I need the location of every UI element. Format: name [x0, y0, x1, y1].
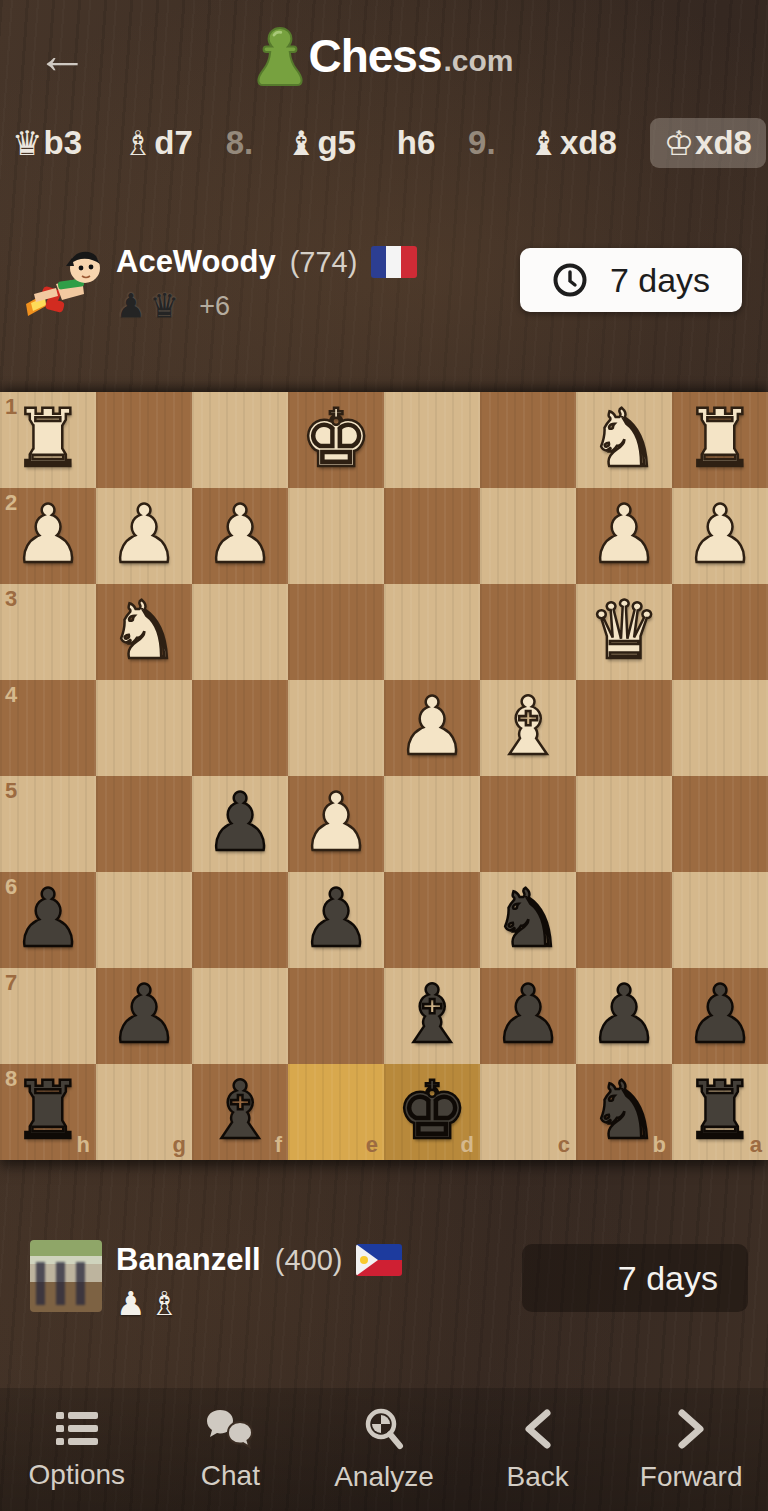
square-h1[interactable]: 1♜ — [0, 392, 96, 488]
captured-piece-icon: ♟ — [116, 288, 146, 324]
wood-grain — [576, 680, 672, 776]
square-a5[interactable] — [672, 776, 768, 872]
rank-label-4: 4 — [5, 682, 17, 708]
square-a4[interactable] — [672, 680, 768, 776]
wood-grain — [672, 776, 768, 872]
file-label-h: h — [77, 1132, 90, 1158]
file-label-g: g — [173, 1132, 186, 1158]
chat-icon — [206, 1408, 254, 1450]
move-item-1[interactable]: ♗d7 — [115, 118, 201, 168]
rank-label-8: 8 — [5, 1066, 17, 1092]
avatar-bananzell[interactable] — [30, 1240, 102, 1312]
chess-board: 1♜♚♞♜2♟♟♟♟♟3♞♛4♟♝5♟♟6♟♟♞7♟♝♟♟♟8h♜gf♝ed♚c… — [0, 392, 768, 1160]
clock-icon — [552, 262, 588, 298]
square-b2[interactable]: ♟ — [576, 488, 672, 584]
france-flag-icon — [371, 246, 417, 278]
square-h6[interactable]: 6♟ — [0, 872, 96, 968]
wood-grain — [480, 584, 576, 680]
astro-avatar-image — [22, 244, 106, 328]
square-f3[interactable] — [192, 584, 288, 680]
nav-back[interactable]: Back — [468, 1407, 608, 1493]
move-item-6[interactable]: ♝xd8 — [520, 118, 624, 168]
square-e5[interactable]: ♟ — [288, 776, 384, 872]
white-piece-a1[interactable]: ♜ — [672, 392, 768, 488]
nav-label: Forward — [640, 1461, 743, 1493]
wood-grain — [288, 488, 384, 584]
square-e7[interactable] — [288, 968, 384, 1064]
black-piece-f8[interactable]: ♝ — [192, 1064, 288, 1160]
square-g5[interactable] — [96, 776, 192, 872]
wood-grain — [480, 392, 576, 488]
square-a8[interactable]: a♜ — [672, 1064, 768, 1160]
wood-grain — [192, 680, 288, 776]
black-piece-a7[interactable]: ♟ — [672, 968, 768, 1064]
wood-grain — [384, 584, 480, 680]
wood-grain — [672, 584, 768, 680]
nav-chat[interactable]: Chat — [160, 1408, 300, 1492]
black-piece-b7[interactable]: ♟ — [576, 968, 672, 1064]
wood-grain — [384, 872, 480, 968]
nav-label: Options — [29, 1459, 126, 1491]
wood-grain — [576, 872, 672, 968]
square-a1[interactable]: ♜ — [672, 392, 768, 488]
nav-label: Chat — [201, 1460, 260, 1492]
square-g4[interactable] — [96, 680, 192, 776]
square-c7[interactable]: ♟ — [480, 968, 576, 1064]
white-piece-g2[interactable]: ♟ — [96, 488, 192, 584]
material-advantage: +6 — [199, 291, 230, 322]
clock-text-bottom: 7 days — [618, 1259, 718, 1298]
analyze-icon — [362, 1407, 406, 1451]
square-h8[interactable]: 8h♜ — [0, 1064, 96, 1160]
logo-suffix: .com — [444, 44, 514, 78]
chesscom-logo: Chess .com — [0, 20, 768, 92]
file-label-a: a — [750, 1132, 762, 1158]
wood-grain — [192, 584, 288, 680]
square-c3[interactable] — [480, 584, 576, 680]
square-e1[interactable]: ♚ — [288, 392, 384, 488]
move-number: 9. — [468, 124, 496, 162]
square-d8[interactable]: d♚ — [384, 1064, 480, 1160]
nav-forward[interactable]: Forward — [621, 1407, 761, 1493]
clock-bottom[interactable]: 7 days — [522, 1244, 748, 1312]
square-f4[interactable] — [192, 680, 288, 776]
wood-grain — [480, 488, 576, 584]
square-h2[interactable]: 2♟ — [0, 488, 96, 584]
square-e4[interactable] — [288, 680, 384, 776]
wood-grain — [192, 392, 288, 488]
wood-grain — [288, 680, 384, 776]
player-card-top: AceWoody (774) ♟♛+6 7 days — [0, 236, 768, 340]
square-g1[interactable] — [96, 392, 192, 488]
square-a7[interactable]: ♟ — [672, 968, 768, 1064]
wood-grain — [480, 776, 576, 872]
wood-grain — [576, 776, 672, 872]
square-b4[interactable] — [576, 680, 672, 776]
wood-grain — [672, 872, 768, 968]
black-piece-f5[interactable]: ♟ — [192, 776, 288, 872]
black-piece-d7[interactable]: ♝ — [384, 968, 480, 1064]
square-e3[interactable] — [288, 584, 384, 680]
pawn-logo-icon — [254, 26, 306, 86]
square-f8[interactable]: f♝ — [192, 1064, 288, 1160]
white-piece-g3[interactable]: ♞ — [96, 584, 192, 680]
options-icon — [54, 1409, 100, 1449]
square-c1[interactable] — [480, 392, 576, 488]
player-name-bottom[interactable]: Bananzell — [116, 1242, 261, 1278]
square-d4[interactable]: ♟ — [384, 680, 480, 776]
figurine-icon: ♝ — [528, 123, 558, 163]
square-d2[interactable] — [384, 488, 480, 584]
square-c4[interactable]: ♝ — [480, 680, 576, 776]
clock-text-top: 7 days — [610, 261, 710, 300]
player-card-bottom: Bananzell (400) ♟♗ 7 days — [0, 1226, 768, 1336]
white-piece-a2[interactable]: ♟ — [672, 488, 768, 584]
nav-analyze[interactable]: Analyze — [314, 1407, 454, 1493]
nav-label: Analyze — [334, 1461, 434, 1493]
wood-grain — [192, 968, 288, 1064]
player-name-top[interactable]: AceWoody — [116, 244, 276, 280]
rank-label-1: 1 — [5, 394, 17, 420]
wood-grain — [384, 488, 480, 584]
bottom-nav: OptionsChatAnalyzeBackForward — [0, 1388, 768, 1511]
white-piece-d4[interactable]: ♟ — [384, 680, 480, 776]
forward-icon — [674, 1407, 708, 1451]
figurine-icon: ♗ — [123, 123, 153, 163]
black-piece-e6[interactable]: ♟ — [288, 872, 384, 968]
figurine-icon: ♛ — [12, 123, 42, 163]
square-a3[interactable] — [672, 584, 768, 680]
square-e8[interactable]: e — [288, 1064, 384, 1160]
square-e6[interactable]: ♟ — [288, 872, 384, 968]
square-c8[interactable]: c — [480, 1064, 576, 1160]
square-c2[interactable] — [480, 488, 576, 584]
captured-piece-icon: ♛ — [150, 288, 180, 324]
square-d6[interactable] — [384, 872, 480, 968]
black-piece-g7[interactable]: ♟ — [96, 968, 192, 1064]
logo-text: Chess — [308, 29, 441, 83]
square-d7[interactable]: ♝ — [384, 968, 480, 1064]
avatar-acewoody[interactable] — [22, 244, 106, 328]
square-a2[interactable]: ♟ — [672, 488, 768, 584]
move-number: 8. — [226, 124, 254, 162]
file-label-e: e — [366, 1132, 378, 1158]
square-b3[interactable]: ♛ — [576, 584, 672, 680]
black-piece-c7[interactable]: ♟ — [480, 968, 576, 1064]
white-piece-b2[interactable]: ♟ — [576, 488, 672, 584]
player-rating-top: (774) — [290, 246, 358, 279]
wood-grain — [672, 680, 768, 776]
nav-label: Back — [506, 1461, 568, 1493]
captured-pieces-bottom: ♟♗ — [116, 1286, 179, 1322]
square-f1[interactable] — [192, 392, 288, 488]
square-f5[interactable]: ♟ — [192, 776, 288, 872]
white-piece-e5[interactable]: ♟ — [288, 776, 384, 872]
figurine-icon: ♝ — [286, 123, 316, 163]
rank-label-6: 6 — [5, 874, 17, 900]
wood-grain — [384, 392, 480, 488]
square-e2[interactable] — [288, 488, 384, 584]
philippines-flag-icon — [356, 1244, 402, 1276]
square-d5[interactable] — [384, 776, 480, 872]
wood-grain — [96, 680, 192, 776]
move-item-4[interactable]: h6 — [389, 119, 444, 167]
rank-label-3: 3 — [5, 586, 17, 612]
square-g2[interactable]: ♟ — [96, 488, 192, 584]
square-g6[interactable] — [96, 872, 192, 968]
square-d1[interactable] — [384, 392, 480, 488]
wood-grain — [96, 872, 192, 968]
move-item-0[interactable]: ♛b3 — [4, 118, 90, 168]
file-label-f: f — [275, 1132, 282, 1158]
square-h5[interactable]: 5 — [0, 776, 96, 872]
square-g8[interactable]: g — [96, 1064, 192, 1160]
file-label-d: d — [461, 1132, 474, 1158]
square-a6[interactable] — [672, 872, 768, 968]
chess-app: ← Chess .com ♛b3♗d78.♝g5h69.♝xd8♔xd8 — [0, 0, 768, 1511]
square-b1[interactable]: ♞ — [576, 392, 672, 488]
captured-piece-icon: ♟ — [116, 1286, 146, 1322]
wood-grain — [288, 584, 384, 680]
captured-piece-icon: ♗ — [150, 1286, 180, 1322]
captured-pieces-top: ♟♛+6 — [116, 288, 230, 324]
square-f2[interactable]: ♟ — [192, 488, 288, 584]
nav-options[interactable]: Options — [7, 1409, 147, 1491]
square-b5[interactable] — [576, 776, 672, 872]
top-bar: ← Chess .com — [0, 0, 768, 112]
square-b8[interactable]: b♞ — [576, 1064, 672, 1160]
square-h4[interactable]: 4 — [0, 680, 96, 776]
clock-top[interactable]: 7 days — [520, 248, 742, 312]
rank-label-2: 2 — [5, 490, 17, 516]
file-label-c: c — [558, 1132, 570, 1158]
back-icon — [521, 1407, 555, 1451]
square-c6[interactable]: ♞ — [480, 872, 576, 968]
square-h7[interactable]: 7 — [0, 968, 96, 1064]
wood-grain — [96, 776, 192, 872]
white-piece-e1[interactable]: ♚ — [288, 392, 384, 488]
square-g7[interactable]: ♟ — [96, 968, 192, 1064]
square-b6[interactable] — [576, 872, 672, 968]
square-c5[interactable] — [480, 776, 576, 872]
wood-grain — [288, 968, 384, 1064]
white-piece-b1[interactable]: ♞ — [576, 392, 672, 488]
move-list: ♛b3♗d78.♝g5h69.♝xd8♔xd8 — [0, 114, 768, 172]
rank-label-5: 5 — [5, 778, 17, 804]
square-g3[interactable]: ♞ — [96, 584, 192, 680]
figurine-icon: ♔ — [664, 123, 694, 163]
square-b7[interactable]: ♟ — [576, 968, 672, 1064]
square-h3[interactable]: 3 — [0, 584, 96, 680]
rank-label-7: 7 — [5, 970, 17, 996]
file-label-b: b — [653, 1132, 666, 1158]
player-rating-bottom: (400) — [275, 1244, 343, 1277]
move-item-3[interactable]: ♝g5 — [278, 118, 364, 168]
white-piece-b3[interactable]: ♛ — [576, 584, 672, 680]
move-item-7[interactable]: ♔xd8 — [650, 118, 766, 168]
wood-grain — [96, 392, 192, 488]
square-f6[interactable] — [192, 872, 288, 968]
black-piece-c6[interactable]: ♞ — [480, 872, 576, 968]
square-d3[interactable] — [384, 584, 480, 680]
wood-grain — [192, 872, 288, 968]
white-piece-c4[interactable]: ♝ — [480, 680, 576, 776]
white-piece-f2[interactable]: ♟ — [192, 488, 288, 584]
square-f7[interactable] — [192, 968, 288, 1064]
wood-grain — [384, 776, 480, 872]
